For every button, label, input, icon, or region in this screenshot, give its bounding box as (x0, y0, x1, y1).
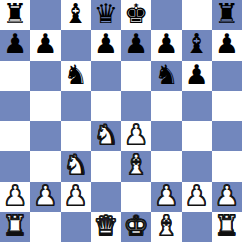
square-h8[interactable]: ♜ (212, 0, 242, 30)
black-rook[interactable]: ♜ (215, 0, 239, 29)
square-b8[interactable] (30, 0, 60, 30)
square-a5[interactable] (0, 91, 30, 121)
black-knight[interactable]: ♞ (154, 61, 178, 90)
square-h5[interactable] (212, 91, 242, 121)
square-d6[interactable] (91, 61, 121, 91)
square-c5[interactable] (61, 91, 91, 121)
square-h1[interactable]: ♜ (212, 212, 242, 242)
white-pawn[interactable]: ♟ (215, 182, 239, 211)
square-d1[interactable]: ♛ (91, 212, 121, 242)
square-a1[interactable]: ♜ (0, 212, 30, 242)
square-a8[interactable]: ♜ (0, 0, 30, 30)
square-f6[interactable]: ♞ (151, 61, 181, 91)
black-pawn[interactable]: ♟ (154, 30, 178, 59)
white-pawn[interactable]: ♟ (185, 182, 209, 211)
square-a6[interactable] (0, 61, 30, 91)
square-b5[interactable] (30, 91, 60, 121)
square-c4[interactable] (61, 121, 91, 151)
square-f7[interactable]: ♟ (151, 30, 181, 60)
square-a4[interactable] (0, 121, 30, 151)
square-a7[interactable]: ♟ (0, 30, 30, 60)
white-rook[interactable]: ♜ (3, 212, 27, 241)
square-d4[interactable]: ♞ (91, 121, 121, 151)
square-e1[interactable]: ♚ (121, 212, 151, 242)
square-g6[interactable]: ♟ (182, 61, 212, 91)
square-e3[interactable]: ♝ (121, 151, 151, 181)
square-c8[interactable]: ♝ (61, 0, 91, 30)
black-pawn[interactable]: ♟ (124, 30, 148, 59)
square-h6[interactable] (212, 61, 242, 91)
square-d2[interactable] (91, 182, 121, 212)
square-f1[interactable]: ♝ (151, 212, 181, 242)
square-b3[interactable] (30, 151, 60, 181)
square-h2[interactable]: ♟ (212, 182, 242, 212)
chess-board: ♜♝♛♚♜♟♟♟♟♟♝♟♞♞♟♞♟♞♝♟♟♟♟♟♟♜♛♚♝♜ (0, 0, 242, 242)
black-bishop[interactable]: ♝ (64, 0, 88, 29)
square-c3[interactable]: ♞ (61, 151, 91, 181)
square-f2[interactable]: ♟ (151, 182, 181, 212)
white-knight[interactable]: ♞ (94, 121, 118, 150)
square-c6[interactable]: ♞ (61, 61, 91, 91)
black-knight[interactable]: ♞ (64, 61, 88, 90)
white-pawn[interactable]: ♟ (154, 182, 178, 211)
square-g7[interactable]: ♝ (182, 30, 212, 60)
square-a3[interactable] (0, 151, 30, 181)
square-d5[interactable] (91, 91, 121, 121)
square-f3[interactable] (151, 151, 181, 181)
square-b7[interactable]: ♟ (30, 30, 60, 60)
black-rook[interactable]: ♜ (3, 0, 27, 29)
square-e7[interactable]: ♟ (121, 30, 151, 60)
square-f8[interactable] (151, 0, 181, 30)
square-b1[interactable] (30, 212, 60, 242)
white-bishop[interactable]: ♝ (154, 212, 178, 241)
black-pawn[interactable]: ♟ (94, 30, 118, 59)
square-c1[interactable] (61, 212, 91, 242)
white-knight[interactable]: ♞ (64, 151, 88, 180)
square-b4[interactable] (30, 121, 60, 151)
white-king[interactable]: ♚ (124, 212, 148, 241)
black-pawn[interactable]: ♟ (33, 30, 57, 59)
square-d8[interactable]: ♛ (91, 0, 121, 30)
square-a2[interactable]: ♟ (0, 182, 30, 212)
square-d7[interactable]: ♟ (91, 30, 121, 60)
square-d3[interactable] (91, 151, 121, 181)
black-king[interactable]: ♚ (124, 0, 148, 29)
black-queen[interactable]: ♛ (94, 0, 118, 29)
square-b6[interactable] (30, 61, 60, 91)
white-pawn[interactable]: ♟ (124, 121, 148, 150)
square-c2[interactable]: ♟ (61, 182, 91, 212)
square-h4[interactable] (212, 121, 242, 151)
white-rook[interactable]: ♜ (215, 212, 239, 241)
black-pawn[interactable]: ♟ (185, 61, 209, 90)
square-g3[interactable] (182, 151, 212, 181)
square-g4[interactable] (182, 121, 212, 151)
square-f4[interactable] (151, 121, 181, 151)
square-g5[interactable] (182, 91, 212, 121)
black-bishop[interactable]: ♝ (185, 30, 209, 59)
square-e2[interactable] (121, 182, 151, 212)
square-e8[interactable]: ♚ (121, 0, 151, 30)
white-pawn[interactable]: ♟ (3, 182, 27, 211)
square-e4[interactable]: ♟ (121, 121, 151, 151)
square-g2[interactable]: ♟ (182, 182, 212, 212)
square-e5[interactable] (121, 91, 151, 121)
black-pawn[interactable]: ♟ (3, 30, 27, 59)
white-pawn[interactable]: ♟ (33, 182, 57, 211)
square-g1[interactable] (182, 212, 212, 242)
square-b2[interactable]: ♟ (30, 182, 60, 212)
square-f5[interactable] (151, 91, 181, 121)
white-bishop[interactable]: ♝ (124, 151, 148, 180)
square-h3[interactable] (212, 151, 242, 181)
square-h7[interactable]: ♟ (212, 30, 242, 60)
square-e6[interactable] (121, 61, 151, 91)
square-g8[interactable] (182, 0, 212, 30)
square-c7[interactable] (61, 30, 91, 60)
black-pawn[interactable]: ♟ (215, 30, 239, 59)
white-queen[interactable]: ♛ (94, 212, 118, 241)
white-pawn[interactable]: ♟ (64, 182, 88, 211)
